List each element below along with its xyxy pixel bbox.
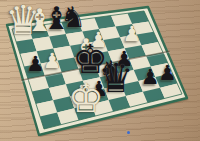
piece-black-knight[interactable]: ♞ (60, 3, 86, 32)
piece-black-pawn[interactable]: ♟ (158, 63, 177, 84)
piece-white-pawn[interactable]: ♟ (122, 24, 141, 45)
piece-white-pawn[interactable]: ♟ (43, 51, 62, 72)
piece-black-pawn[interactable]: ♟ (141, 67, 160, 88)
pieces-layer: ♛♝♝♞♟♟♟♟♝♚♟♞♟♟♛♟♟♚ (0, 0, 200, 141)
table-surface: ♛♝♝♞♟♟♟♟♝♚♟♞♟♟♛♟♟♚ (0, 0, 200, 141)
piece-white-king[interactable]: ♚ (68, 77, 104, 117)
